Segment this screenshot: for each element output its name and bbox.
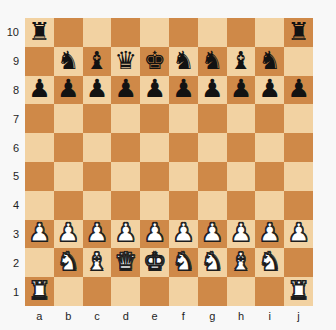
- square-h10[interactable]: [227, 18, 256, 47]
- square-a6[interactable]: [25, 133, 54, 162]
- piece-white-pawn[interactable]: ♟: [28, 220, 50, 245]
- square-j6[interactable]: [284, 133, 313, 162]
- square-i6[interactable]: [255, 133, 284, 162]
- square-j7[interactable]: [284, 104, 313, 133]
- square-g2[interactable]: ♞: [198, 248, 227, 277]
- square-f2[interactable]: ♞: [169, 248, 198, 277]
- piece-white-rook[interactable]: ♜: [28, 278, 50, 303]
- rank-label-5: 5: [0, 162, 25, 191]
- file-labels: abcdefghij: [25, 305, 313, 327]
- square-g1[interactable]: [198, 277, 227, 306]
- square-a3[interactable]: ♟: [25, 220, 54, 249]
- piece-black-pawn[interactable]: ♟: [201, 76, 223, 101]
- piece-black-king[interactable]: ♚: [143, 48, 165, 73]
- square-e5[interactable]: [140, 162, 169, 191]
- square-i3[interactable]: ♟: [255, 220, 284, 249]
- piece-white-pawn[interactable]: ♟: [115, 220, 137, 245]
- square-j3[interactable]: ♟: [284, 220, 313, 249]
- square-e7[interactable]: [140, 104, 169, 133]
- piece-white-cardinal[interactable]: ♞: [201, 249, 223, 274]
- square-d7[interactable]: [111, 104, 140, 133]
- square-e4[interactable]: [140, 191, 169, 220]
- square-c5[interactable]: [83, 162, 112, 191]
- square-d6[interactable]: [111, 133, 140, 162]
- board: ♜♜♞♝♛♚♞♞♝♞♟♟♟♟♟♟♟♟♟♟♟♟♟♟♟♟♟♟♟♟♞♝♛♚♞♞♝♞♜♜: [25, 18, 313, 306]
- file-label-i: i: [255, 305, 284, 327]
- square-d3[interactable]: ♟: [111, 220, 140, 249]
- piece-black-queen[interactable]: ♛: [115, 48, 137, 73]
- file-label-f: f: [169, 305, 198, 327]
- square-i4[interactable]: [255, 191, 284, 220]
- square-h8[interactable]: ♟: [227, 76, 256, 105]
- square-i8[interactable]: ♟: [255, 76, 284, 105]
- square-b7[interactable]: [54, 104, 83, 133]
- square-f8[interactable]: ♟: [169, 76, 198, 105]
- square-g9[interactable]: ♞: [198, 47, 227, 76]
- rank-label-10: 10: [0, 18, 25, 47]
- square-j2[interactable]: [284, 248, 313, 277]
- square-i10[interactable]: [255, 18, 284, 47]
- square-b3[interactable]: ♟: [54, 220, 83, 249]
- piece-black-cardinal[interactable]: ♞: [201, 48, 223, 73]
- rank-label-2: 2: [0, 248, 25, 277]
- piece-black-bishop[interactable]: ♝: [86, 48, 108, 73]
- square-d10[interactable]: [111, 18, 140, 47]
- square-i9[interactable]: ♞: [255, 47, 284, 76]
- file-label-j: j: [284, 305, 313, 327]
- square-c6[interactable]: [83, 133, 112, 162]
- square-c4[interactable]: [83, 191, 112, 220]
- square-f4[interactable]: [169, 191, 198, 220]
- square-h2[interactable]: ♝: [227, 248, 256, 277]
- square-j4[interactable]: [284, 191, 313, 220]
- file-label-e: e: [140, 305, 169, 327]
- square-i1[interactable]: [255, 277, 284, 306]
- file-label-g: g: [198, 305, 227, 327]
- square-a7[interactable]: [25, 104, 54, 133]
- square-i5[interactable]: [255, 162, 284, 191]
- square-e3[interactable]: ♟: [140, 220, 169, 249]
- piece-black-pawn[interactable]: ♟: [143, 76, 165, 101]
- square-a1[interactable]: ♜: [25, 277, 54, 306]
- square-j8[interactable]: ♟: [284, 76, 313, 105]
- rank-label-1: 1: [0, 277, 25, 306]
- square-b4[interactable]: [54, 191, 83, 220]
- piece-black-marshall[interactable]: ♞: [172, 48, 194, 73]
- square-j10[interactable]: ♜: [284, 18, 313, 47]
- piece-black-bishop[interactable]: ♝: [230, 48, 252, 73]
- square-h9[interactable]: ♝: [227, 47, 256, 76]
- rank-label-9: 9: [0, 47, 25, 76]
- square-f6[interactable]: [169, 133, 198, 162]
- square-g6[interactable]: [198, 133, 227, 162]
- piece-black-pawn[interactable]: ♟: [115, 76, 137, 101]
- piece-black-knight[interactable]: ♞: [259, 48, 281, 73]
- square-g8[interactable]: ♟: [198, 76, 227, 105]
- piece-black-pawn[interactable]: ♟: [230, 76, 252, 101]
- piece-black-rook[interactable]: ♜: [28, 19, 50, 44]
- square-e8[interactable]: ♟: [140, 76, 169, 105]
- square-a4[interactable]: [25, 191, 54, 220]
- piece-black-pawn[interactable]: ♟: [287, 76, 309, 101]
- piece-white-king[interactable]: ♚: [143, 249, 165, 274]
- square-d8[interactable]: ♟: [111, 76, 140, 105]
- square-h1[interactable]: [227, 277, 256, 306]
- square-b1[interactable]: [54, 277, 83, 306]
- square-a2[interactable]: [25, 248, 54, 277]
- square-c9[interactable]: ♝: [83, 47, 112, 76]
- square-b10[interactable]: [54, 18, 83, 47]
- square-d9[interactable]: ♛: [111, 47, 140, 76]
- square-h7[interactable]: [227, 104, 256, 133]
- square-d4[interactable]: [111, 191, 140, 220]
- square-a8[interactable]: ♟: [25, 76, 54, 105]
- square-g7[interactable]: [198, 104, 227, 133]
- file-label-c: c: [83, 305, 112, 327]
- square-h3[interactable]: ♟: [227, 220, 256, 249]
- piece-black-knight[interactable]: ♞: [57, 48, 79, 73]
- piece-white-pawn[interactable]: ♟: [230, 220, 252, 245]
- square-c10[interactable]: [83, 18, 112, 47]
- file-label-b: b: [54, 305, 83, 327]
- piece-white-marshall[interactable]: ♞: [172, 249, 194, 274]
- piece-white-knight[interactable]: ♞: [259, 249, 281, 274]
- file-label-h: h: [227, 305, 256, 327]
- piece-white-pawn[interactable]: ♟: [201, 220, 223, 245]
- rank-label-3: 3: [0, 220, 25, 249]
- piece-white-pawn[interactable]: ♟: [172, 220, 194, 245]
- square-f9[interactable]: ♞: [169, 47, 198, 76]
- rank-label-6: 6: [0, 133, 25, 162]
- rank-labels: 10987654321: [0, 18, 25, 306]
- square-f1[interactable]: [169, 277, 198, 306]
- square-i7[interactable]: [255, 104, 284, 133]
- square-c2[interactable]: ♝: [83, 248, 112, 277]
- square-a5[interactable]: [25, 162, 54, 191]
- square-b5[interactable]: [54, 162, 83, 191]
- square-c7[interactable]: [83, 104, 112, 133]
- piece-black-pawn[interactable]: ♟: [172, 76, 194, 101]
- piece-black-pawn[interactable]: ♟: [86, 76, 108, 101]
- piece-black-pawn[interactable]: ♟: [259, 76, 281, 101]
- square-b8[interactable]: ♟: [54, 76, 83, 105]
- square-e1[interactable]: [140, 277, 169, 306]
- square-e10[interactable]: [140, 18, 169, 47]
- piece-white-pawn[interactable]: ♟: [143, 220, 165, 245]
- square-e2[interactable]: ♚: [140, 248, 169, 277]
- square-h4[interactable]: [227, 191, 256, 220]
- square-g4[interactable]: [198, 191, 227, 220]
- piece-black-rook[interactable]: ♜: [287, 19, 309, 44]
- square-f3[interactable]: ♟: [169, 220, 198, 249]
- square-b9[interactable]: ♞: [54, 47, 83, 76]
- square-f7[interactable]: [169, 104, 198, 133]
- piece-black-pawn[interactable]: ♟: [57, 76, 79, 101]
- piece-white-queen[interactable]: ♛: [115, 249, 137, 274]
- piece-white-knight[interactable]: ♞: [57, 249, 79, 274]
- square-d5[interactable]: [111, 162, 140, 191]
- square-c1[interactable]: [83, 277, 112, 306]
- square-j1[interactable]: ♜: [284, 277, 313, 306]
- file-label-a: a: [25, 305, 54, 327]
- piece-white-pawn[interactable]: ♟: [259, 220, 281, 245]
- square-h5[interactable]: [227, 162, 256, 191]
- file-label-d: d: [111, 305, 140, 327]
- piece-black-pawn[interactable]: ♟: [28, 76, 50, 101]
- square-d2[interactable]: ♛: [111, 248, 140, 277]
- square-j9[interactable]: [284, 47, 313, 76]
- piece-white-pawn[interactable]: ♟: [57, 220, 79, 245]
- rank-label-7: 7: [0, 104, 25, 133]
- square-g3[interactable]: ♟: [198, 220, 227, 249]
- square-e9[interactable]: ♚: [140, 47, 169, 76]
- piece-white-bishop[interactable]: ♝: [230, 249, 252, 274]
- square-f10[interactable]: [169, 18, 198, 47]
- square-d1[interactable]: [111, 277, 140, 306]
- piece-white-pawn[interactable]: ♟: [86, 220, 108, 245]
- grand-chess-screen: 10987654321 ♜♜♞♝♛♚♞♞♝♞♟♟♟♟♟♟♟♟♟♟♟♟♟♟♟♟♟♟…: [0, 0, 336, 330]
- square-f5[interactable]: [169, 162, 198, 191]
- piece-white-pawn[interactable]: ♟: [287, 220, 309, 245]
- square-b6[interactable]: [54, 133, 83, 162]
- square-g10[interactable]: [198, 18, 227, 47]
- rank-label-4: 4: [0, 191, 25, 220]
- square-b2[interactable]: ♞: [54, 248, 83, 277]
- square-c8[interactable]: ♟: [83, 76, 112, 105]
- square-g5[interactable]: [198, 162, 227, 191]
- piece-white-rook[interactable]: ♜: [287, 278, 309, 303]
- square-a10[interactable]: ♜: [25, 18, 54, 47]
- square-e6[interactable]: [140, 133, 169, 162]
- square-c3[interactable]: ♟: [83, 220, 112, 249]
- square-h6[interactable]: [227, 133, 256, 162]
- square-a9[interactable]: [25, 47, 54, 76]
- piece-white-bishop[interactable]: ♝: [86, 249, 108, 274]
- square-i2[interactable]: ♞: [255, 248, 284, 277]
- rank-label-8: 8: [0, 76, 25, 105]
- square-j5[interactable]: [284, 162, 313, 191]
